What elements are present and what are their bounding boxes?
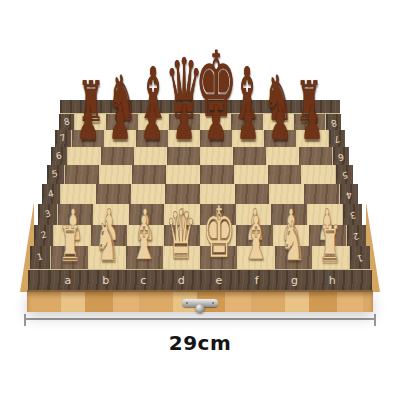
rank-row-8: 8♜♞♝♛♚♝♞♜8 (59, 114, 341, 130)
square-b8: ♞ (106, 114, 137, 130)
rank-label-right-3: 3 (342, 204, 362, 225)
square-b7: ♟ (104, 130, 136, 147)
square-e8: ♚ (200, 114, 231, 130)
square-b3 (93, 204, 129, 225)
rank-row-5: 55 (47, 165, 354, 184)
rank-row-7: 7♟♟♟♟♟♟♟♟7 (55, 130, 345, 147)
board-border-top (60, 100, 340, 114)
square-a1: ♜ (51, 246, 88, 269)
square-g6 (266, 147, 299, 165)
square-c7: ♟ (136, 130, 168, 147)
box-front (27, 290, 373, 312)
rank-row-1: 1♜♞♝♛♚♝♞♜1 (30, 246, 370, 269)
square-b5 (99, 165, 133, 184)
chess-board: 8♜♞♝♛♚♝♞♜87♟♟♟♟♟♟♟♟7665544332♟♟♟♟♟♟♟♟21♜… (0, 100, 400, 290)
measurement-label: 29cm (0, 331, 400, 355)
square-a3 (58, 204, 94, 225)
rank-label-right-2: 2 (346, 225, 366, 246)
file-label-f: f (238, 270, 276, 290)
square-b4 (96, 184, 131, 204)
rank-label-right-5: 5 (335, 165, 353, 184)
square-h7: ♟ (296, 130, 328, 147)
square-f4 (235, 184, 270, 204)
rank-row-2: 2♟♟♟♟♟♟♟♟2 (34, 225, 366, 246)
square-e1: ♚ (200, 246, 237, 269)
square-g1: ♞ (275, 246, 312, 269)
product-photo: 8♜♞♝♛♚♝♞♜87♟♟♟♟♟♟♟♟7665544332♟♟♟♟♟♟♟♟21♜… (0, 0, 400, 400)
square-g7: ♟ (264, 130, 296, 147)
chess-set-box: 8♜♞♝♛♚♝♞♜87♟♟♟♟♟♟♟♟7665544332♟♟♟♟♟♟♟♟21♜… (0, 100, 400, 312)
square-f2: ♟ (236, 225, 272, 246)
square-e6 (200, 147, 233, 165)
square-d6 (167, 147, 200, 165)
square-d5 (166, 165, 200, 184)
square-e7: ♟ (200, 130, 232, 147)
rank-label-left-3: 3 (38, 204, 58, 225)
square-d4 (165, 184, 200, 204)
rank-row-3: 33 (38, 204, 361, 225)
piece-black-queen: ♛ (165, 48, 203, 130)
piece-black-bishop: ♝ (137, 59, 170, 130)
square-f6 (233, 147, 266, 165)
rank-label-left-6: 6 (51, 147, 68, 165)
square-f3 (236, 204, 272, 225)
square-a2: ♟ (54, 225, 90, 246)
square-e2: ♟ (200, 225, 236, 246)
rank-label-left-4: 4 (42, 184, 61, 204)
square-d1: ♛ (163, 246, 200, 269)
square-c2: ♟ (127, 225, 163, 246)
square-h5 (301, 165, 335, 184)
square-a7: ♟ (72, 130, 104, 147)
rank-label-left-2: 2 (34, 225, 54, 246)
border-corner (28, 270, 49, 290)
square-e4 (200, 184, 235, 204)
file-label-d: d (162, 270, 200, 290)
square-f5 (234, 165, 268, 184)
square-h3 (307, 204, 343, 225)
square-c3 (129, 204, 165, 225)
square-f1: ♝ (237, 246, 274, 269)
square-f7: ♟ (232, 130, 264, 147)
rank-label-left-8: 8 (59, 114, 75, 130)
square-b1: ♞ (88, 246, 125, 269)
square-a4 (61, 184, 96, 204)
rank-label-right-4: 4 (339, 184, 358, 204)
rank-label-right-8: 8 (325, 114, 341, 130)
clasp-screw (186, 302, 188, 304)
square-d8: ♛ (169, 114, 200, 130)
square-b2: ♟ (91, 225, 127, 246)
clasp-screw (212, 302, 214, 304)
piece-black-knight: ♞ (264, 67, 293, 130)
square-e5 (200, 165, 234, 184)
square-f8: ♝ (231, 114, 262, 130)
square-g4 (269, 184, 304, 204)
rank-row-4: 44 (42, 184, 357, 204)
square-b6 (101, 147, 134, 165)
file-label-e: e (200, 270, 238, 290)
square-h1: ♜ (312, 246, 349, 269)
square-g5 (268, 165, 302, 184)
square-c8: ♝ (138, 114, 169, 130)
rank-label-right-6: 6 (332, 147, 349, 165)
square-h8: ♜ (294, 114, 325, 130)
file-label-b: b (87, 270, 125, 290)
square-a6 (68, 147, 101, 165)
file-label-g: g (276, 270, 314, 290)
square-h2: ♟ (309, 225, 345, 246)
square-d7: ♟ (168, 130, 200, 147)
square-d3 (164, 204, 200, 225)
square-h6 (299, 147, 332, 165)
square-c4 (131, 184, 166, 204)
square-g2: ♟ (273, 225, 309, 246)
border-corner (351, 270, 372, 290)
board-border-bottom: abcdefgh (28, 269, 372, 290)
square-g8: ♞ (263, 114, 294, 130)
rank-label-left-5: 5 (47, 165, 65, 184)
square-e3 (200, 204, 236, 225)
square-c1: ♝ (126, 246, 163, 269)
file-label-a: a (49, 270, 87, 290)
square-h4 (304, 184, 339, 204)
rank-label-left-7: 7 (55, 130, 72, 147)
measurement-line (24, 318, 376, 320)
rank-label-right-1: 1 (349, 246, 370, 269)
clasp-knob (196, 304, 205, 313)
piece-black-knight: ♞ (107, 67, 136, 130)
square-d2: ♟ (164, 225, 200, 246)
file-label-c: c (125, 270, 163, 290)
piece-black-bishop: ♝ (230, 59, 263, 130)
clasp-icon (182, 299, 218, 315)
file-label-h: h (313, 270, 351, 290)
square-a8: ♜ (75, 114, 106, 130)
rank-label-left-1: 1 (30, 246, 51, 269)
rank-row-6: 66 (51, 147, 350, 165)
rank-label-right-7: 7 (328, 130, 345, 147)
square-g3 (271, 204, 307, 225)
square-a5 (65, 165, 99, 184)
square-c5 (132, 165, 166, 184)
square-c6 (134, 147, 167, 165)
